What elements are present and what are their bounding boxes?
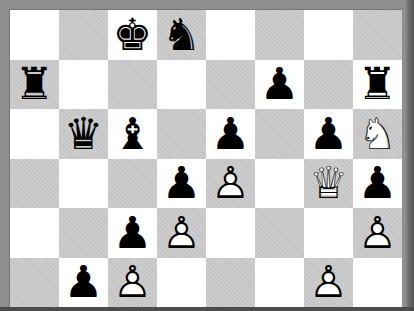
square-c4[interactable]: ♟ (108, 208, 157, 258)
white-pawn-piece: ♙ (206, 159, 255, 209)
square-d7[interactable] (157, 60, 206, 110)
square-h5[interactable]: ♟ (353, 159, 402, 209)
square-g4[interactable] (304, 208, 353, 258)
black-pawn-piece: ♟ (157, 159, 206, 209)
square-b7[interactable] (59, 60, 108, 110)
black-rook-piece: ♜ (10, 60, 59, 110)
square-f4[interactable] (255, 208, 304, 258)
square-f3[interactable] (255, 258, 304, 308)
square-g6[interactable]: ♟ (304, 109, 353, 159)
square-b3[interactable]: ♟ (59, 258, 108, 308)
square-a5[interactable] (10, 159, 59, 209)
black-pawn-piece: ♟ (206, 109, 255, 159)
square-d3[interactable] (157, 258, 206, 308)
square-b4[interactable] (59, 208, 108, 258)
square-h4[interactable]: ♙ (353, 208, 402, 258)
square-c8[interactable]: ♚ (108, 10, 157, 60)
white-pawn-piece: ♙ (157, 208, 206, 258)
white-knight-piece: ♘ (353, 109, 402, 159)
square-f6[interactable] (255, 109, 304, 159)
square-c6[interactable]: ♝ (108, 109, 157, 159)
square-e5[interactable]: ♙ (206, 159, 255, 209)
square-d5[interactable]: ♟ (157, 159, 206, 209)
white-pawn-piece: ♙ (304, 258, 353, 308)
black-pawn-piece: ♟ (255, 60, 304, 110)
square-b6[interactable]: ♛ (59, 109, 108, 159)
square-e3[interactable] (206, 258, 255, 308)
frame-right-shadow (405, 0, 414, 311)
square-e7[interactable] (206, 60, 255, 110)
square-e8[interactable] (206, 10, 255, 60)
black-queen-piece: ♛ (59, 109, 108, 159)
square-g8[interactable] (304, 10, 353, 60)
black-knight-piece: ♞ (157, 10, 206, 60)
square-a6[interactable] (10, 109, 59, 159)
white-queen-piece: ♕ (304, 159, 353, 209)
square-h3[interactable] (353, 258, 402, 308)
square-g5[interactable]: ♕ (304, 159, 353, 209)
square-a7[interactable]: ♜ (10, 60, 59, 110)
black-bishop-piece: ♝ (108, 109, 157, 159)
square-b8[interactable] (59, 10, 108, 60)
chess-board: ♚♞♜♟♜♛♝♟♟♘♟♙♕♟♟♙♙♟♙♙ (10, 10, 402, 307)
square-b5[interactable] (59, 159, 108, 209)
black-pawn-piece: ♟ (304, 109, 353, 159)
black-rook-piece: ♜ (353, 60, 402, 110)
square-d4[interactable]: ♙ (157, 208, 206, 258)
white-pawn-piece: ♙ (353, 208, 402, 258)
black-king-piece: ♚ (108, 10, 157, 60)
chess-diagram: ♚♞♜♟♜♛♝♟♟♘♟♙♕♟♟♙♙♟♙♙ (0, 0, 414, 311)
square-c3[interactable]: ♙ (108, 258, 157, 308)
square-h8[interactable] (353, 10, 402, 60)
square-c7[interactable] (108, 60, 157, 110)
square-h6[interactable]: ♘ (353, 109, 402, 159)
square-a3[interactable] (10, 258, 59, 308)
square-d6[interactable] (157, 109, 206, 159)
square-g3[interactable]: ♙ (304, 258, 353, 308)
frame-bottom-shadow (0, 307, 414, 311)
square-f7[interactable]: ♟ (255, 60, 304, 110)
square-a4[interactable] (10, 208, 59, 258)
square-f5[interactable] (255, 159, 304, 209)
square-f8[interactable] (255, 10, 304, 60)
square-e6[interactable]: ♟ (206, 109, 255, 159)
square-h7[interactable]: ♜ (353, 60, 402, 110)
square-d8[interactable]: ♞ (157, 10, 206, 60)
square-c5[interactable] (108, 159, 157, 209)
black-pawn-piece: ♟ (353, 159, 402, 209)
square-a8[interactable] (10, 10, 59, 60)
square-e4[interactable] (206, 208, 255, 258)
white-pawn-piece: ♙ (108, 258, 157, 308)
black-pawn-piece: ♟ (59, 258, 108, 308)
black-pawn-piece: ♟ (108, 208, 157, 258)
square-g7[interactable] (304, 60, 353, 110)
